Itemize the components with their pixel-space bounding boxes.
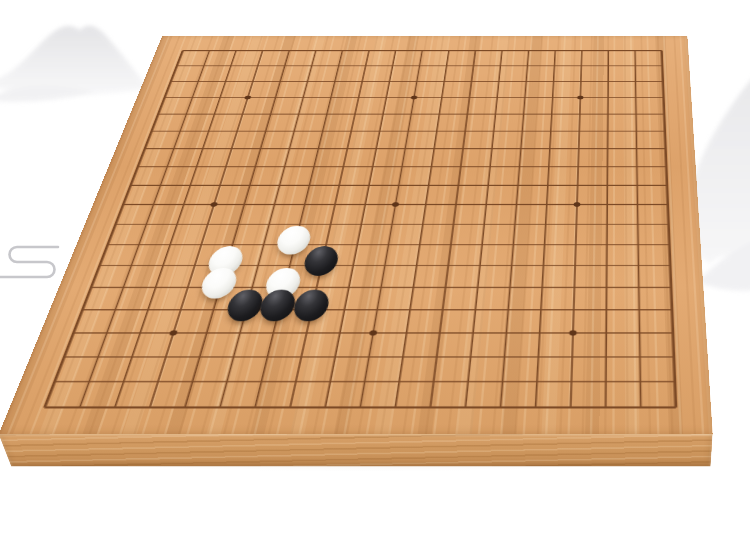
board-front-face [0, 434, 713, 466]
board-grid [0, 36, 713, 434]
star-point [411, 96, 418, 100]
star-point [169, 330, 178, 335]
star-point [392, 202, 400, 206]
star-point [210, 202, 218, 206]
product-photo-stage [0, 0, 750, 535]
star-point [577, 96, 583, 100]
star-point [569, 330, 577, 335]
star-point [369, 330, 377, 335]
star-point [244, 96, 251, 100]
star-point [574, 202, 581, 206]
cloud-scroll-icon [0, 247, 58, 277]
go-board-scene [93, 0, 698, 507]
go-board [0, 36, 713, 434]
